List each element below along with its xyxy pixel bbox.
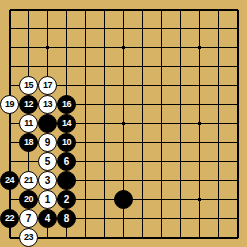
stone-move-number: 9 <box>45 137 51 147</box>
go-diagram: 151719121316111418910562421320122274823 <box>0 0 247 247</box>
stone-white-1: 1 <box>38 190 57 209</box>
stone-black-6: 6 <box>57 152 76 171</box>
stone-white-21: 21 <box>19 171 38 190</box>
stone-black-2: 2 <box>57 190 76 209</box>
stone-white-11: 11 <box>19 114 38 133</box>
stone-black-plain <box>38 114 57 133</box>
stone-white-13: 13 <box>38 95 57 114</box>
stone-move-number: 4 <box>45 213 51 223</box>
stone-move-number: 11 <box>24 119 33 128</box>
stone-move-number: 15 <box>24 81 33 90</box>
stone-black-20: 20 <box>19 190 38 209</box>
stone-move-number: 7 <box>26 213 32 223</box>
stone-black-plain <box>114 190 133 209</box>
stone-white-19: 19 <box>0 95 19 114</box>
stone-move-number: 17 <box>43 81 52 90</box>
stone-black-plain <box>57 171 76 190</box>
stone-move-number: 20 <box>24 195 33 204</box>
stone-move-number: 24 <box>5 176 14 185</box>
stone-move-number: 18 <box>24 138 33 147</box>
stone-black-16: 16 <box>57 95 76 114</box>
stone-black-10: 10 <box>57 133 76 152</box>
stone-move-number: 14 <box>62 119 71 128</box>
stone-white-17: 17 <box>38 76 57 95</box>
stone-move-number: 3 <box>45 175 51 185</box>
stone-black-14: 14 <box>57 114 76 133</box>
stone-move-number: 8 <box>64 213 70 223</box>
stone-move-number: 12 <box>24 100 33 109</box>
stone-black-4: 4 <box>38 209 57 228</box>
stone-white-3: 3 <box>38 171 57 190</box>
stone-black-22: 22 <box>0 209 19 228</box>
stone-white-7: 7 <box>19 209 38 228</box>
go-board: 151719121316111418910562421320122274823 <box>0 0 247 247</box>
stone-move-number: 22 <box>5 214 14 223</box>
stone-white-5: 5 <box>38 152 57 171</box>
stone-move-number: 5 <box>45 156 51 166</box>
stone-move-number: 1 <box>45 194 51 204</box>
stone-move-number: 19 <box>5 100 14 109</box>
stone-move-number: 13 <box>43 100 52 109</box>
stone-move-number: 23 <box>24 233 33 242</box>
stone-move-number: 21 <box>24 176 33 185</box>
stone-white-9: 9 <box>38 133 57 152</box>
stone-white-23: 23 <box>19 228 38 247</box>
stone-black-18: 18 <box>19 133 38 152</box>
stone-black-24: 24 <box>0 171 19 190</box>
stone-white-15: 15 <box>19 76 38 95</box>
stone-move-number: 2 <box>64 194 70 204</box>
stone-move-number: 10 <box>62 138 71 147</box>
stone-black-12: 12 <box>19 95 38 114</box>
stone-black-8: 8 <box>57 209 76 228</box>
stone-move-number: 16 <box>62 100 71 109</box>
stone-move-number: 6 <box>64 156 70 166</box>
